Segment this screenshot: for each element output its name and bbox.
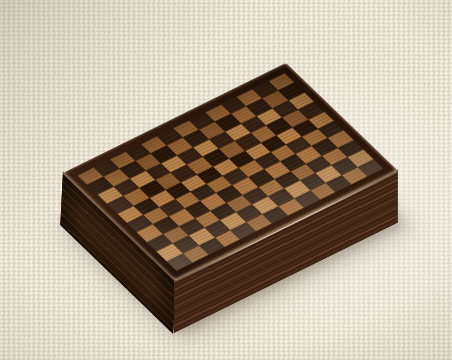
scene: [0, 0, 452, 360]
